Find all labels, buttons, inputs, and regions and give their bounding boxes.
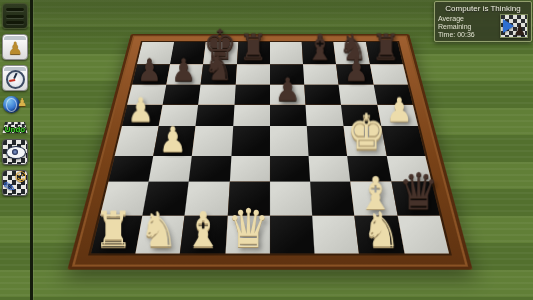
black-pawn-e6[interactable]: ♟ — [275, 74, 301, 106]
square-a7[interactable]: ♟ — [132, 64, 170, 85]
square-g1[interactable]: ♞ — [355, 216, 405, 254]
square-f2[interactable] — [310, 182, 354, 216]
white-pawn-h5[interactable]: ♟ — [386, 94, 413, 127]
gold-piece-icon: ♟ — [17, 96, 27, 109]
square-h8[interactable]: ♜ — [366, 42, 403, 64]
black-pawn-b7[interactable]: ♟ — [171, 55, 196, 86]
time-mode-label: Remaining — [438, 23, 475, 30]
white-knight-g1[interactable]: ♞ — [362, 206, 401, 254]
square-f6[interactable] — [304, 85, 341, 105]
menu-icon — [6, 8, 24, 24]
square-a5[interactable]: ♟ — [122, 105, 163, 126]
square-h7[interactable] — [370, 64, 408, 85]
square-c6[interactable] — [198, 85, 235, 105]
black-rook-h8[interactable]: ♜ — [372, 30, 401, 66]
square-d1[interactable]: ♛ — [225, 216, 270, 254]
square-h1[interactable] — [398, 216, 449, 254]
black-rook-d8[interactable]: ♜ — [239, 30, 268, 66]
square-g4[interactable]: ♚ — [344, 126, 387, 156]
view-button[interactable] — [2, 139, 28, 165]
white-rook-a1[interactable]: ♜ — [95, 206, 134, 254]
status-title: Computer is Thinking — [438, 4, 528, 13]
square-b6[interactable] — [163, 85, 201, 105]
chess-board[interactable]: ♚♜♝♞♜♟♟♞♟♟♟♟♟♚♝♛♜♞♝♛♞ — [91, 42, 449, 253]
square-d4[interactable] — [231, 126, 270, 156]
undo-label: Undo — [2, 125, 28, 134]
time-value: Time: 00:36 — [438, 31, 475, 38]
chess-board-frame: ♚♜♝♞♜♟♟♞♟♟♟♟♟♚♝♛♜♞♝♛♞ — [67, 34, 472, 270]
eye-icon — [6, 146, 26, 159]
square-d7[interactable] — [236, 64, 270, 85]
square-d6[interactable] — [234, 85, 270, 105]
play-triangle-icon — [503, 19, 514, 33]
square-f7[interactable] — [303, 64, 339, 85]
square-f1[interactable] — [312, 216, 359, 254]
black-bishop-f8[interactable]: ♝ — [305, 30, 334, 66]
square-d5[interactable] — [233, 105, 270, 126]
square-b7[interactable]: ♟ — [166, 64, 203, 85]
square-c4[interactable] — [192, 126, 233, 156]
square-d8[interactable]: ♜ — [237, 42, 270, 64]
square-f3[interactable] — [309, 156, 351, 181]
smiley-icon: ☺ — [14, 170, 27, 184]
edit-button[interactable]: ☺ ✎ — [2, 170, 28, 196]
black-pawn-g7[interactable]: ♟ — [344, 55, 369, 86]
square-a3[interactable] — [108, 156, 153, 181]
difficulty-label: Average — [438, 15, 475, 22]
square-c7[interactable]: ♞ — [201, 64, 237, 85]
thinking-icon: ♟ — [500, 14, 528, 38]
square-b3[interactable] — [149, 156, 192, 181]
square-e3[interactable] — [270, 156, 310, 181]
square-c5[interactable] — [196, 105, 235, 126]
square-f8[interactable]: ♝ — [302, 42, 336, 64]
square-e2[interactable] — [270, 182, 312, 216]
square-e6[interactable]: ♟ — [270, 85, 306, 105]
mini-piece-icon: ♟ — [513, 23, 526, 37]
black-knight-c7[interactable]: ♞ — [203, 49, 233, 86]
square-c1[interactable]: ♝ — [180, 216, 228, 254]
square-e1[interactable] — [270, 216, 315, 254]
square-f4[interactable] — [307, 126, 348, 156]
square-d3[interactable] — [230, 156, 270, 181]
square-e4[interactable] — [270, 126, 309, 156]
undo-button[interactable]: ♟ Undo — [2, 96, 28, 134]
square-c3[interactable] — [189, 156, 231, 181]
square-f5[interactable] — [306, 105, 344, 126]
status-panel: Computer is Thinking Average Remaining T… — [434, 1, 532, 42]
clock-icon — [6, 70, 25, 89]
square-b4[interactable]: ♟ — [153, 126, 195, 156]
square-e8[interactable] — [270, 42, 303, 64]
white-bishop-c1[interactable]: ♝ — [184, 206, 223, 254]
sidebar-divider — [30, 0, 33, 300]
square-a4[interactable] — [115, 126, 159, 156]
toolbar: ♟ ♟ Undo ☺ ✎ — [2, 3, 30, 196]
white-pawn-a5[interactable]: ♟ — [127, 94, 154, 127]
menu-button[interactable] — [2, 3, 28, 29]
clock-settings-button[interactable] — [2, 65, 28, 91]
square-a1[interactable]: ♜ — [91, 216, 142, 254]
square-e5[interactable] — [270, 105, 307, 126]
square-g7[interactable]: ♟ — [336, 64, 373, 85]
white-pawn-b4[interactable]: ♟ — [159, 122, 187, 157]
square-g6[interactable] — [339, 85, 378, 105]
square-h4[interactable] — [381, 126, 425, 156]
white-knight-b1[interactable]: ♞ — [139, 206, 178, 254]
white-king-g4[interactable]: ♚ — [347, 109, 386, 158]
new-game-button[interactable]: ♟ — [2, 34, 28, 60]
black-queen-h2[interactable]: ♛ — [398, 166, 439, 217]
pawn-icon: ♟ — [7, 40, 22, 57]
white-queen-d1[interactable]: ♛ — [226, 201, 269, 255]
black-pawn-a7[interactable]: ♟ — [137, 55, 162, 86]
square-b1[interactable]: ♞ — [136, 216, 185, 254]
